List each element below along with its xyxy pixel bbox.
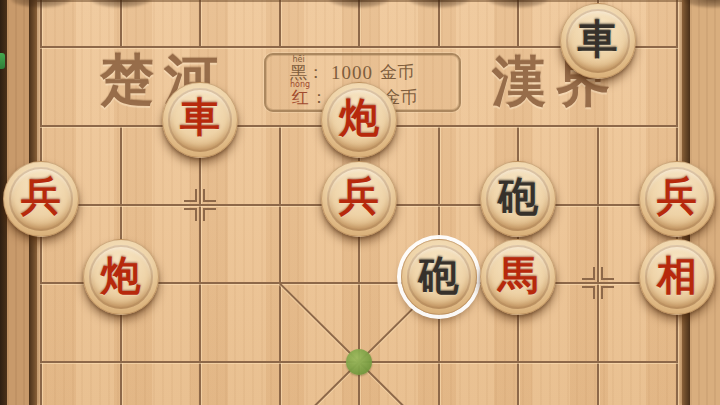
piece-red-pawn[interactable]: 兵 [3, 161, 79, 237]
piece-glyph: 炮 [101, 248, 141, 303]
point-marker [582, 267, 614, 299]
point-marker-corner [203, 208, 216, 221]
piece-red-elephant[interactable]: 相 [639, 239, 715, 315]
river-char: 漢 [492, 54, 546, 110]
black-pinyin: hēi [292, 56, 304, 63]
piece-red-cannon[interactable]: 炮 [83, 239, 159, 315]
piece-glyph: 相 [657, 248, 697, 303]
piece-glyph: 車 [180, 90, 220, 145]
piece-red-cannon[interactable]: 炮 [321, 82, 397, 158]
piece-red-pawn[interactable]: 兵 [639, 161, 715, 237]
piece-black-cannon[interactable]: 砲 [401, 239, 477, 315]
point-marker-corner [582, 267, 595, 280]
piece-black-chariot[interactable]: 車 [560, 3, 636, 79]
river-char: 楚 [100, 52, 154, 108]
piece-glyph: 砲 [419, 248, 459, 303]
xiangqi-game-screen: 楚 河 漢 界 hēi 黑 ： 1000 金币 hóng 红 ： 金币 車車炮兵… [0, 0, 720, 405]
point-marker-corner [184, 189, 197, 202]
piece-glyph: 炮 [339, 90, 379, 145]
black-coins-value: 1000 [324, 63, 380, 83]
point-marker-corner [601, 286, 614, 299]
offscreen-piece-shadow [90, 0, 152, 8]
piece-glyph: 車 [578, 12, 618, 67]
black-coins-suffix: 金币 [380, 63, 414, 83]
point-marker-corner [582, 286, 595, 299]
grid-line-file-4 [279, 0, 281, 48]
black-label: hēi 黑 [290, 56, 307, 83]
point-marker [184, 189, 216, 221]
piece-red-pawn[interactable]: 兵 [321, 161, 397, 237]
red-label: hóng 红 [290, 81, 310, 108]
piece-glyph: 兵 [339, 169, 379, 224]
offscreen-piece-shadow [328, 0, 390, 8]
piece-glyph: 兵 [21, 169, 61, 224]
point-marker-corner [203, 189, 216, 202]
red-pinyin: hóng [290, 81, 310, 88]
piece-red-chariot[interactable]: 車 [162, 82, 238, 158]
piece-glyph: 砲 [498, 169, 538, 224]
green-move-dot [346, 349, 372, 375]
point-marker-corner [601, 267, 614, 280]
piece-black-cannon[interactable]: 砲 [480, 161, 556, 237]
offscreen-piece-shadow [408, 0, 470, 8]
piece-red-horse[interactable]: 馬 [480, 239, 556, 315]
piece-glyph: 馬 [498, 248, 538, 303]
grid-line-file-3 [199, 0, 201, 48]
offscreen-piece-shadow [487, 0, 549, 8]
point-marker-corner [184, 208, 197, 221]
piece-glyph: 兵 [657, 169, 697, 224]
green-edge-notch [0, 53, 5, 69]
